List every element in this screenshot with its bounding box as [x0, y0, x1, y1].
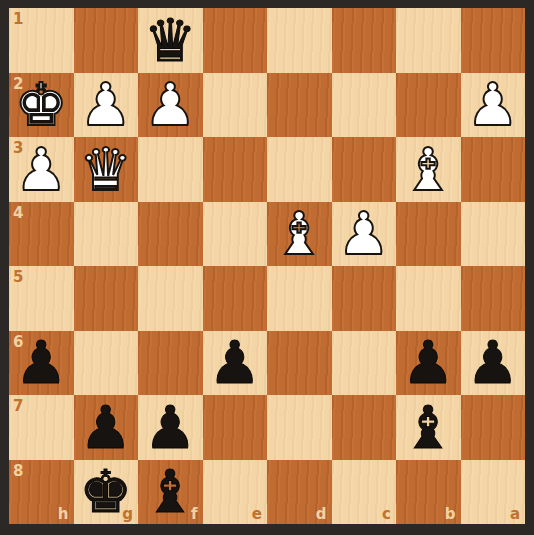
square-c7[interactable]	[332, 395, 397, 460]
square-g5[interactable]	[74, 266, 139, 331]
piece-white-king[interactable]: ♚	[9, 73, 74, 138]
square-a2[interactable]: ♟	[461, 73, 526, 138]
piece-white-pawn[interactable]: ♟	[332, 202, 397, 267]
piece-white-pawn[interactable]: ♟	[138, 73, 203, 138]
square-e8[interactable]: e	[203, 460, 268, 525]
square-a6[interactable]: ♟	[461, 331, 526, 396]
rank-label-7: 7	[13, 397, 23, 415]
piece-white-bishop[interactable]: ♝	[396, 137, 461, 202]
square-e6[interactable]: ♟	[203, 331, 268, 396]
square-b6[interactable]: ♟	[396, 331, 461, 396]
rank-label-5: 5	[13, 268, 23, 286]
square-h4[interactable]: 4	[9, 202, 74, 267]
square-f7[interactable]: ♟	[138, 395, 203, 460]
square-e5[interactable]	[203, 266, 268, 331]
piece-black-bishop[interactable]: ♝	[138, 460, 203, 525]
file-label-e: e	[252, 505, 262, 523]
square-b2[interactable]	[396, 73, 461, 138]
piece-black-king[interactable]: ♚	[74, 460, 139, 525]
piece-black-bishop[interactable]: ♝	[396, 395, 461, 460]
square-b3[interactable]: ♝	[396, 137, 461, 202]
square-a7[interactable]	[461, 395, 526, 460]
square-g8[interactable]: g♚	[74, 460, 139, 525]
square-c2[interactable]	[332, 73, 397, 138]
file-label-b: b	[445, 505, 456, 523]
piece-black-queen[interactable]: ♛	[138, 8, 203, 73]
square-g3[interactable]: ♛	[74, 137, 139, 202]
square-a1[interactable]	[461, 8, 526, 73]
square-b7[interactable]: ♝	[396, 395, 461, 460]
piece-white-pawn[interactable]: ♟	[9, 137, 74, 202]
square-e4[interactable]	[203, 202, 268, 267]
square-e2[interactable]	[203, 73, 268, 138]
square-f2[interactable]: ♟	[138, 73, 203, 138]
rank-label-8: 8	[13, 462, 23, 480]
square-a4[interactable]	[461, 202, 526, 267]
square-h2[interactable]: 2♚	[9, 73, 74, 138]
piece-black-pawn[interactable]: ♟	[461, 331, 526, 396]
square-c4[interactable]: ♟	[332, 202, 397, 267]
square-c5[interactable]	[332, 266, 397, 331]
square-c3[interactable]	[332, 137, 397, 202]
rank-label-1: 1	[13, 10, 23, 28]
square-d7[interactable]	[267, 395, 332, 460]
square-d2[interactable]	[267, 73, 332, 138]
square-b1[interactable]	[396, 8, 461, 73]
piece-black-pawn[interactable]: ♟	[9, 331, 74, 396]
square-g4[interactable]	[74, 202, 139, 267]
square-b4[interactable]	[396, 202, 461, 267]
file-label-a: a	[510, 505, 520, 523]
file-label-h: h	[58, 505, 69, 523]
square-h7[interactable]: 7	[9, 395, 74, 460]
piece-white-pawn[interactable]: ♟	[74, 73, 139, 138]
square-f6[interactable]	[138, 331, 203, 396]
piece-white-queen[interactable]: ♛	[74, 137, 139, 202]
square-h1[interactable]: 1	[9, 8, 74, 73]
square-e7[interactable]	[203, 395, 268, 460]
square-a5[interactable]	[461, 266, 526, 331]
piece-white-bishop[interactable]: ♝	[267, 202, 332, 267]
piece-black-pawn[interactable]: ♟	[74, 395, 139, 460]
square-e1[interactable]	[203, 8, 268, 73]
square-g6[interactable]	[74, 331, 139, 396]
square-h8[interactable]: 8h	[9, 460, 74, 525]
file-label-c: c	[382, 505, 391, 523]
file-label-d: d	[316, 505, 327, 523]
piece-black-pawn[interactable]: ♟	[138, 395, 203, 460]
square-g1[interactable]	[74, 8, 139, 73]
square-a3[interactable]	[461, 137, 526, 202]
piece-white-pawn[interactable]: ♟	[461, 73, 526, 138]
square-c6[interactable]	[332, 331, 397, 396]
square-f5[interactable]	[138, 266, 203, 331]
square-d4[interactable]: ♝	[267, 202, 332, 267]
square-d3[interactable]	[267, 137, 332, 202]
square-g7[interactable]: ♟	[74, 395, 139, 460]
square-b8[interactable]: b	[396, 460, 461, 525]
square-f8[interactable]: f♝	[138, 460, 203, 525]
square-d8[interactable]: d	[267, 460, 332, 525]
square-h3[interactable]: 3♟	[9, 137, 74, 202]
square-d6[interactable]	[267, 331, 332, 396]
square-b5[interactable]	[396, 266, 461, 331]
square-e3[interactable]	[203, 137, 268, 202]
piece-black-pawn[interactable]: ♟	[203, 331, 268, 396]
chess-board: 1♛2♚♟♟♟3♟♛♝4♝♟56♟♟♟♟7♟♟♝8hg♚f♝edcba	[9, 8, 525, 524]
square-a8[interactable]: a	[461, 460, 526, 525]
square-g2[interactable]: ♟	[74, 73, 139, 138]
square-c1[interactable]	[332, 8, 397, 73]
square-f3[interactable]	[138, 137, 203, 202]
square-h5[interactable]: 5	[9, 266, 74, 331]
rank-label-4: 4	[13, 204, 23, 222]
square-f4[interactable]	[138, 202, 203, 267]
square-d1[interactable]	[267, 8, 332, 73]
square-c8[interactable]: c	[332, 460, 397, 525]
square-d5[interactable]	[267, 266, 332, 331]
square-h6[interactable]: 6♟	[9, 331, 74, 396]
square-f1[interactable]: ♛	[138, 8, 203, 73]
piece-black-pawn[interactable]: ♟	[396, 331, 461, 396]
